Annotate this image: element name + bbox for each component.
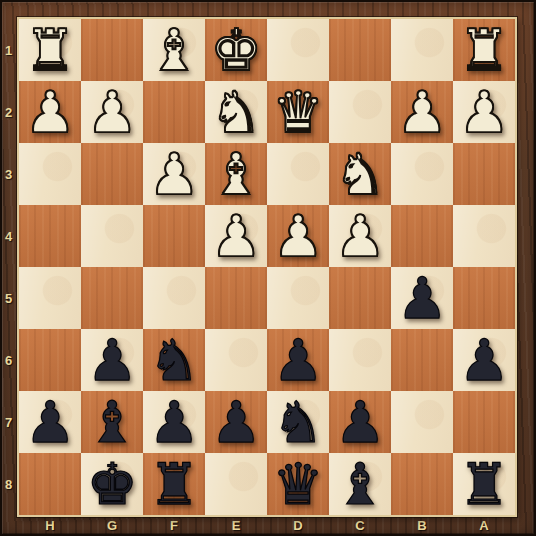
black-pawn[interactable]: ♟: [329, 391, 391, 453]
file-label-b: B: [391, 515, 453, 536]
rank-label-2: 2: [0, 81, 17, 143]
white-pawn[interactable]: ♟: [267, 205, 329, 267]
black-knight[interactable]: ♞: [267, 391, 329, 453]
black-king[interactable]: ♚: [81, 453, 143, 515]
square-c3[interactable]: ♞: [329, 143, 391, 205]
square-h8[interactable]: [19, 453, 81, 515]
white-bishop[interactable]: ♝: [143, 19, 205, 81]
square-a7[interactable]: [453, 391, 515, 453]
square-d6[interactable]: ♟: [267, 329, 329, 391]
black-bishop[interactable]: ♝: [81, 391, 143, 453]
square-h6[interactable]: [19, 329, 81, 391]
file-label-h: H: [19, 515, 81, 536]
square-c5[interactable]: [329, 267, 391, 329]
file-label-f: F: [143, 515, 205, 536]
file-label-g: G: [81, 515, 143, 536]
chess-board-frame: 12345678 HGFEDCBA ♜♝♚♜♟♟♞♛♟♟♟♝♞♟♟♟♟♟♞♟♟♟…: [0, 0, 536, 536]
square-b7[interactable]: [391, 391, 453, 453]
chess-board[interactable]: ♜♝♚♜♟♟♞♛♟♟♟♝♞♟♟♟♟♟♞♟♟♟♝♟♟♞♟♚♜♛♝♜: [17, 17, 517, 517]
black-pawn[interactable]: ♟: [267, 329, 329, 391]
square-d2[interactable]: ♛: [267, 81, 329, 143]
square-g3[interactable]: [81, 143, 143, 205]
square-d7[interactable]: ♞: [267, 391, 329, 453]
square-b5[interactable]: ♟: [391, 267, 453, 329]
square-h5[interactable]: [19, 267, 81, 329]
white-rook[interactable]: ♜: [19, 19, 81, 81]
black-queen[interactable]: ♛: [267, 453, 329, 515]
white-king[interactable]: ♚: [205, 19, 267, 81]
square-h2[interactable]: ♟: [19, 81, 81, 143]
file-label-e: E: [205, 515, 267, 536]
square-c1[interactable]: [329, 19, 391, 81]
square-b6[interactable]: [391, 329, 453, 391]
square-g8[interactable]: ♚: [81, 453, 143, 515]
square-a6[interactable]: ♟: [453, 329, 515, 391]
black-pawn[interactable]: ♟: [81, 329, 143, 391]
black-knight[interactable]: ♞: [143, 329, 205, 391]
white-pawn[interactable]: ♟: [391, 81, 453, 143]
square-c6[interactable]: [329, 329, 391, 391]
rank-label-6: 6: [0, 329, 17, 391]
white-queen[interactable]: ♛: [267, 81, 329, 143]
square-a3[interactable]: [453, 143, 515, 205]
square-e8[interactable]: [205, 453, 267, 515]
square-g5[interactable]: [81, 267, 143, 329]
white-bishop[interactable]: ♝: [205, 143, 267, 205]
rank-label-3: 3: [0, 143, 17, 205]
white-knight[interactable]: ♞: [329, 143, 391, 205]
square-f6[interactable]: ♞: [143, 329, 205, 391]
square-f2[interactable]: [143, 81, 205, 143]
white-pawn[interactable]: ♟: [143, 143, 205, 205]
white-pawn[interactable]: ♟: [329, 205, 391, 267]
white-pawn[interactable]: ♟: [453, 81, 515, 143]
square-h4[interactable]: [19, 205, 81, 267]
square-g7[interactable]: ♝: [81, 391, 143, 453]
square-a8[interactable]: ♜: [453, 453, 515, 515]
black-pawn[interactable]: ♟: [453, 329, 515, 391]
square-a5[interactable]: [453, 267, 515, 329]
file-labels: HGFEDCBA: [19, 515, 515, 536]
square-b1[interactable]: [391, 19, 453, 81]
square-h3[interactable]: [19, 143, 81, 205]
square-d8[interactable]: ♛: [267, 453, 329, 515]
white-knight[interactable]: ♞: [205, 81, 267, 143]
rank-label-4: 4: [0, 205, 17, 267]
rank-label-1: 1: [0, 19, 17, 81]
square-c2[interactable]: [329, 81, 391, 143]
square-e6[interactable]: [205, 329, 267, 391]
square-e5[interactable]: [205, 267, 267, 329]
black-bishop[interactable]: ♝: [329, 453, 391, 515]
file-label-a: A: [453, 515, 515, 536]
square-g2[interactable]: ♟: [81, 81, 143, 143]
square-b2[interactable]: ♟: [391, 81, 453, 143]
rank-labels: 12345678: [0, 19, 17, 515]
file-label-c: C: [329, 515, 391, 536]
square-g6[interactable]: ♟: [81, 329, 143, 391]
white-pawn[interactable]: ♟: [205, 205, 267, 267]
square-e4[interactable]: ♟: [205, 205, 267, 267]
square-h1[interactable]: ♜: [19, 19, 81, 81]
square-f8[interactable]: ♜: [143, 453, 205, 515]
black-pawn[interactable]: ♟: [143, 391, 205, 453]
square-d5[interactable]: [267, 267, 329, 329]
square-e7[interactable]: ♟: [205, 391, 267, 453]
file-label-d: D: [267, 515, 329, 536]
black-rook[interactable]: ♜: [453, 453, 515, 515]
square-g1[interactable]: [81, 19, 143, 81]
white-pawn[interactable]: ♟: [81, 81, 143, 143]
square-e1[interactable]: ♚: [205, 19, 267, 81]
square-a2[interactable]: ♟: [453, 81, 515, 143]
square-h7[interactable]: ♟: [19, 391, 81, 453]
square-a4[interactable]: [453, 205, 515, 267]
black-pawn[interactable]: ♟: [205, 391, 267, 453]
square-f3[interactable]: ♟: [143, 143, 205, 205]
black-pawn[interactable]: ♟: [391, 267, 453, 329]
square-c4[interactable]: ♟: [329, 205, 391, 267]
square-f7[interactable]: ♟: [143, 391, 205, 453]
square-e3[interactable]: ♝: [205, 143, 267, 205]
rank-label-7: 7: [0, 391, 17, 453]
square-c8[interactable]: ♝: [329, 453, 391, 515]
white-pawn[interactable]: ♟: [19, 81, 81, 143]
square-b4[interactable]: [391, 205, 453, 267]
black-rook[interactable]: ♜: [143, 453, 205, 515]
square-c7[interactable]: ♟: [329, 391, 391, 453]
square-f5[interactable]: [143, 267, 205, 329]
square-d4[interactable]: ♟: [267, 205, 329, 267]
white-rook[interactable]: ♜: [453, 19, 515, 81]
square-f4[interactable]: [143, 205, 205, 267]
square-f1[interactable]: ♝: [143, 19, 205, 81]
rank-label-5: 5: [0, 267, 17, 329]
rank-label-8: 8: [0, 453, 17, 515]
square-b3[interactable]: [391, 143, 453, 205]
square-a1[interactable]: ♜: [453, 19, 515, 81]
black-pawn[interactable]: ♟: [19, 391, 81, 453]
square-d3[interactable]: [267, 143, 329, 205]
square-b8[interactable]: [391, 453, 453, 515]
square-d1[interactable]: [267, 19, 329, 81]
square-e2[interactable]: ♞: [205, 81, 267, 143]
square-g4[interactable]: [81, 205, 143, 267]
